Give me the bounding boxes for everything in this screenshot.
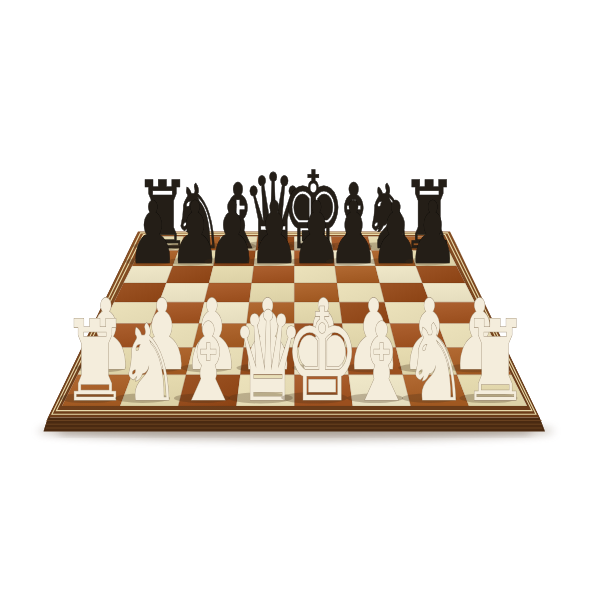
white-rook-h1: ♜ [462,296,528,426]
chess-set-product-photo: ♜♞♝♛♚♝♞♜♟♟♟♟♟♟♟♟♟♟♟♟♟♟♟♟♜♞♝♛♚♝♞♜ [0,0,600,600]
chessboard: ♜♞♝♛♚♝♞♜♟♟♟♟♟♟♟♟♟♟♟♟♟♟♟♟♜♞♝♛♚♝♞♜ [0,0,600,600]
white-knight-g1: ♞ [404,302,467,425]
white-king-e1: ♚ [284,281,360,431]
white-knight-b1: ♞ [118,302,181,425]
black-pawn-h7: ♟ [407,183,458,283]
